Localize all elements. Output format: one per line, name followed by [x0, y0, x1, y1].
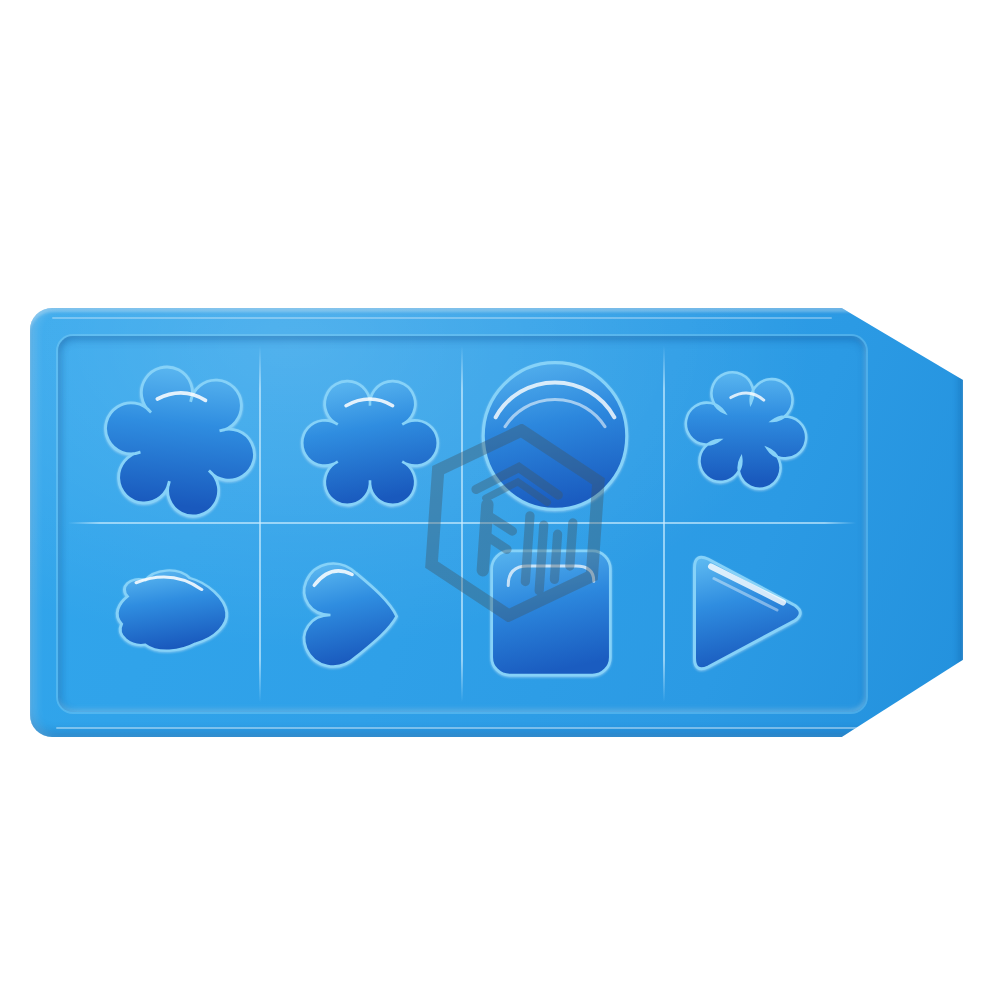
cavity-circle	[477, 355, 633, 517]
tray-surface	[30, 308, 963, 737]
cavity-splat-flower	[675, 358, 817, 503]
cavity-flower-blob	[103, 365, 257, 518]
cavity-flower	[298, 363, 442, 523]
ice-cube-tray	[30, 308, 963, 737]
product-photo	[0, 0, 1000, 1000]
cavity-triangle	[675, 533, 825, 693]
cavity-strawberry	[92, 555, 240, 670]
cavity-heart	[290, 540, 425, 690]
cavity-square	[482, 543, 620, 683]
recessed-panel	[58, 336, 866, 712]
divider-vertical-1	[259, 346, 261, 702]
tray-rim-highlight-bottom	[56, 727, 896, 729]
divider-horizontal	[68, 522, 856, 524]
divider-vertical-3	[663, 346, 665, 702]
tray-rim-highlight-top	[52, 317, 832, 319]
divider-vertical-2	[461, 346, 463, 702]
